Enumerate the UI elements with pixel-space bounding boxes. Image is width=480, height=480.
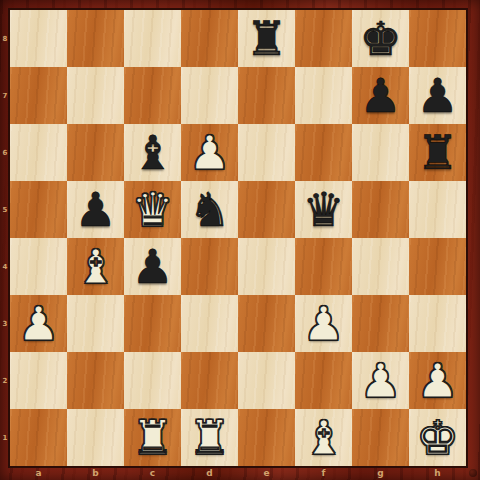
square-h7[interactable]: ♟ bbox=[409, 67, 466, 124]
piece-black-pawn[interactable]: ♟ bbox=[131, 238, 173, 295]
square-a6[interactable] bbox=[10, 124, 67, 181]
piece-white-rook[interactable]: ♜ bbox=[188, 409, 230, 466]
rank-label-6: 6 bbox=[0, 124, 10, 181]
square-e5[interactable] bbox=[238, 181, 295, 238]
corner-rivet-icon bbox=[469, 469, 477, 477]
piece-black-queen[interactable]: ♛ bbox=[302, 181, 344, 238]
square-h3[interactable] bbox=[409, 295, 466, 352]
square-c7[interactable] bbox=[124, 67, 181, 124]
rank-label-2: 2 bbox=[0, 352, 10, 409]
square-g7[interactable]: ♟ bbox=[352, 67, 409, 124]
square-e2[interactable] bbox=[238, 352, 295, 409]
square-a2[interactable] bbox=[10, 352, 67, 409]
square-d8[interactable] bbox=[181, 10, 238, 67]
piece-black-pawn[interactable]: ♟ bbox=[74, 181, 116, 238]
square-b6[interactable] bbox=[67, 124, 124, 181]
piece-black-bishop[interactable]: ♝ bbox=[131, 124, 173, 181]
rank-label-7: 7 bbox=[0, 67, 10, 124]
piece-white-queen[interactable]: ♛ bbox=[131, 181, 173, 238]
square-b2[interactable] bbox=[67, 352, 124, 409]
square-e6[interactable] bbox=[238, 124, 295, 181]
square-e4[interactable] bbox=[238, 238, 295, 295]
piece-black-rook[interactable]: ♜ bbox=[416, 124, 458, 181]
square-a8[interactable] bbox=[10, 10, 67, 67]
square-h6[interactable]: ♜ bbox=[409, 124, 466, 181]
piece-white-bishop[interactable]: ♝ bbox=[74, 238, 116, 295]
piece-black-pawn[interactable]: ♟ bbox=[359, 67, 401, 124]
piece-black-knight[interactable]: ♞ bbox=[188, 181, 230, 238]
square-c4[interactable]: ♟ bbox=[124, 238, 181, 295]
square-c2[interactable] bbox=[124, 352, 181, 409]
square-h2[interactable]: ♟ bbox=[409, 352, 466, 409]
piece-white-pawn[interactable]: ♟ bbox=[359, 352, 401, 409]
square-f5[interactable]: ♛ bbox=[295, 181, 352, 238]
square-c5[interactable]: ♛ bbox=[124, 181, 181, 238]
square-d2[interactable] bbox=[181, 352, 238, 409]
file-labels: abcdefgh bbox=[10, 466, 466, 480]
square-b5[interactable]: ♟ bbox=[67, 181, 124, 238]
square-g2[interactable]: ♟ bbox=[352, 352, 409, 409]
square-a1[interactable] bbox=[10, 409, 67, 466]
square-f1[interactable]: ♝ bbox=[295, 409, 352, 466]
square-f2[interactable] bbox=[295, 352, 352, 409]
file-label-b: b bbox=[67, 466, 124, 480]
square-f8[interactable] bbox=[295, 10, 352, 67]
square-g6[interactable] bbox=[352, 124, 409, 181]
square-g4[interactable] bbox=[352, 238, 409, 295]
square-e8[interactable]: ♜ bbox=[238, 10, 295, 67]
square-d5[interactable]: ♞ bbox=[181, 181, 238, 238]
square-h5[interactable] bbox=[409, 181, 466, 238]
square-d1[interactable]: ♜ bbox=[181, 409, 238, 466]
square-b3[interactable] bbox=[67, 295, 124, 352]
file-label-d: d bbox=[181, 466, 238, 480]
square-b7[interactable] bbox=[67, 67, 124, 124]
square-d6[interactable]: ♟ bbox=[181, 124, 238, 181]
piece-white-pawn[interactable]: ♟ bbox=[188, 124, 230, 181]
square-c3[interactable] bbox=[124, 295, 181, 352]
piece-white-king[interactable]: ♚ bbox=[416, 409, 458, 466]
square-h4[interactable] bbox=[409, 238, 466, 295]
square-g8[interactable]: ♚ bbox=[352, 10, 409, 67]
square-f7[interactable] bbox=[295, 67, 352, 124]
piece-white-pawn[interactable]: ♟ bbox=[17, 295, 59, 352]
square-d3[interactable] bbox=[181, 295, 238, 352]
rank-label-8: 8 bbox=[0, 10, 10, 67]
square-c6[interactable]: ♝ bbox=[124, 124, 181, 181]
square-a5[interactable] bbox=[10, 181, 67, 238]
file-label-f: f bbox=[295, 466, 352, 480]
square-d4[interactable] bbox=[181, 238, 238, 295]
square-b8[interactable] bbox=[67, 10, 124, 67]
piece-black-king[interactable]: ♚ bbox=[359, 10, 401, 67]
rank-label-5: 5 bbox=[0, 181, 10, 238]
file-label-a: a bbox=[10, 466, 67, 480]
square-a4[interactable] bbox=[10, 238, 67, 295]
square-f4[interactable] bbox=[295, 238, 352, 295]
piece-black-rook[interactable]: ♜ bbox=[245, 10, 287, 67]
square-g3[interactable] bbox=[352, 295, 409, 352]
piece-white-pawn[interactable]: ♟ bbox=[302, 295, 344, 352]
piece-black-pawn[interactable]: ♟ bbox=[416, 67, 458, 124]
square-e1[interactable] bbox=[238, 409, 295, 466]
square-f3[interactable]: ♟ bbox=[295, 295, 352, 352]
rank-label-1: 1 bbox=[0, 409, 10, 466]
square-d7[interactable] bbox=[181, 67, 238, 124]
square-b4[interactable]: ♝ bbox=[67, 238, 124, 295]
square-e3[interactable] bbox=[238, 295, 295, 352]
rank-label-4: 4 bbox=[0, 238, 10, 295]
square-a7[interactable] bbox=[10, 67, 67, 124]
piece-white-pawn[interactable]: ♟ bbox=[416, 352, 458, 409]
rank-labels: 87654321 bbox=[0, 10, 10, 466]
square-h1[interactable]: ♚ bbox=[409, 409, 466, 466]
file-label-g: g bbox=[352, 466, 409, 480]
square-b1[interactable] bbox=[67, 409, 124, 466]
square-g1[interactable] bbox=[352, 409, 409, 466]
rank-label-3: 3 bbox=[0, 295, 10, 352]
file-label-e: e bbox=[238, 466, 295, 480]
chess-board-frame: 87654321 abcdefgh ♜♚♟♟♝♟♜♟♛♞♛♝♟♟♟♟♟♜♜♝♚ bbox=[0, 0, 480, 480]
square-c1[interactable]: ♜ bbox=[124, 409, 181, 466]
chess-board: ♜♚♟♟♝♟♜♟♛♞♛♝♟♟♟♟♟♜♜♝♚ bbox=[10, 10, 466, 466]
square-g5[interactable] bbox=[352, 181, 409, 238]
piece-white-rook[interactable]: ♜ bbox=[131, 409, 173, 466]
square-h8[interactable] bbox=[409, 10, 466, 67]
file-label-c: c bbox=[124, 466, 181, 480]
file-label-h: h bbox=[409, 466, 466, 480]
square-a3[interactable]: ♟ bbox=[10, 295, 67, 352]
square-f6[interactable] bbox=[295, 124, 352, 181]
square-e7[interactable] bbox=[238, 67, 295, 124]
piece-white-bishop[interactable]: ♝ bbox=[302, 409, 344, 466]
square-c8[interactable] bbox=[124, 10, 181, 67]
